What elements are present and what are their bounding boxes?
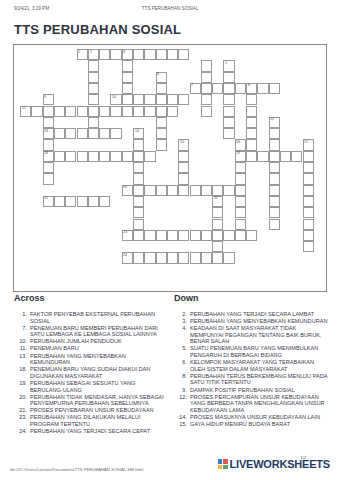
- crossword-cell[interactable]: [133, 252, 144, 263]
- crossword-cell[interactable]: [178, 94, 189, 105]
- crossword-cell[interactable]: [65, 196, 76, 207]
- crossword-cell[interactable]: 19: [235, 151, 246, 162]
- crossword-cell[interactable]: 20: [122, 185, 133, 196]
- across-clue-item: 7.PENEMUAN BARU MEMBERI PERUBAHAN DARI S…: [14, 325, 166, 338]
- clue-number: 18: [44, 151, 48, 155]
- clue-number: 9: [44, 95, 46, 99]
- crossword-cell[interactable]: 15: [178, 139, 189, 150]
- crossword-cell[interactable]: [303, 219, 314, 230]
- crossword-cell[interactable]: [201, 185, 212, 196]
- down-clue-item: 9.DAMPAK POSITIF PERUBAHAN SOSIAL: [174, 387, 330, 394]
- crossword-cell[interactable]: [54, 106, 65, 117]
- crossword-cell[interactable]: [178, 173, 189, 184]
- crossword-cell[interactable]: [303, 173, 314, 184]
- across-clue-item: 13.PERUBAHAN YANG MENYEBABKAN KEMUNDURAN: [14, 353, 166, 366]
- crossword-cell[interactable]: [190, 185, 201, 196]
- clue-item-text: PERUBAHAN YANG TERJADI SECARA LAMBAT: [190, 311, 330, 318]
- clue-item-text: PERUBAHAN JUMLAH PENDUDUK: [30, 338, 166, 345]
- clue-item-text: KEADAAN DI SAAT MASYARAKAT TIDAK MEMPUNY…: [190, 325, 330, 345]
- crossword-cell[interactable]: [212, 207, 223, 218]
- crossword-cell[interactable]: 14: [133, 128, 144, 139]
- clue-item-text: FAKTOR PENYEBAB EKSTERNAL PERUBAHAN SOSI…: [30, 311, 166, 324]
- crossword-cell[interactable]: [99, 196, 110, 207]
- crossword-cell[interactable]: [88, 94, 99, 105]
- crossword-cell[interactable]: [156, 94, 167, 105]
- crossword-cell[interactable]: [88, 196, 99, 207]
- clue-item-number: 18.: [14, 366, 30, 379]
- crossword-cell[interactable]: [269, 196, 280, 207]
- crossword-cell[interactable]: [280, 151, 291, 162]
- crossword-cell[interactable]: [133, 219, 144, 230]
- clue-item-text: PROSES MASUKNYA UNSUR KEBUDAYAAN LAIN: [190, 414, 330, 421]
- crossword-cell[interactable]: [223, 230, 234, 241]
- crossword-cell[interactable]: [110, 151, 121, 162]
- crossword-cell[interactable]: [156, 185, 167, 196]
- crossword-cell[interactable]: [144, 151, 155, 162]
- crossword-cell[interactable]: 3: [122, 49, 133, 60]
- clue-number: 10: [112, 95, 116, 99]
- crossword-cell[interactable]: 11: [20, 106, 31, 117]
- crossword-cell[interactable]: [122, 151, 133, 162]
- crossword-cell[interactable]: [269, 139, 280, 150]
- crossword-cell[interactable]: [235, 196, 246, 207]
- crossword-cell[interactable]: [257, 83, 268, 94]
- crossword-cell[interactable]: 6: [156, 72, 167, 83]
- crossword-cell[interactable]: [246, 139, 257, 150]
- crossword-cell[interactable]: [201, 252, 212, 263]
- crossword-cell[interactable]: [303, 207, 314, 218]
- clue-number: 16: [236, 140, 240, 144]
- clue-number: 19: [236, 151, 240, 155]
- down-clues-section: Down 2.PERUBAHAN YANG TERJADI SECARA LAM…: [174, 293, 330, 428]
- crossword-cell[interactable]: [133, 162, 144, 173]
- crossword-cell[interactable]: [178, 49, 189, 60]
- clue-item-number: 24.: [14, 428, 30, 435]
- clue-item-number: 2.: [174, 311, 190, 318]
- clue-item-text: PROSES PERCAMPURAN UNSUR KEBUDAYAAN YANG…: [190, 394, 330, 414]
- crossword-cell[interactable]: [246, 117, 257, 128]
- crossword-cell[interactable]: [156, 49, 167, 60]
- clue-item-text: PERUBAHAN YANG DILAKUKAN MELALUI PROGRAM…: [30, 414, 166, 427]
- clue-item-number: 21.: [14, 407, 30, 414]
- clue-item-number: 13.: [14, 353, 30, 366]
- clue-item-text: SUATU PENEMUAN BARU YANG MENIMBULKAN PEN…: [190, 345, 330, 358]
- crossword-cell[interactable]: [223, 252, 234, 263]
- crossword-cell[interactable]: [201, 230, 212, 241]
- crossword-cell[interactable]: [178, 185, 189, 196]
- crossword-cell[interactable]: [43, 162, 54, 173]
- clue-item-text: PENEMUAN BARU MEMBERI PERUBAHAN DARI SAT…: [30, 325, 166, 338]
- crossword-cell[interactable]: [133, 139, 144, 150]
- down-clue-item: 6.KELOMPOK MASYARAKAT YANG TERABAIKAN OL…: [174, 359, 330, 372]
- logo-tile: [223, 459, 228, 464]
- crossword-cell[interactable]: [110, 106, 121, 117]
- clue-number: 2: [90, 50, 92, 54]
- crossword-cell[interactable]: [212, 185, 223, 196]
- crossword-cell[interactable]: [212, 230, 223, 241]
- across-clue-item: 19.PERUBAHAN SEBAGAI SESUATU YANG BERULA…: [14, 380, 166, 393]
- print-doc-title: TTS PERUBAHAN SOSIAL: [0, 6, 340, 11]
- crossword-cell[interactable]: [88, 128, 99, 139]
- crossword-cell[interactable]: [223, 117, 234, 128]
- crossword-cell[interactable]: [190, 230, 201, 241]
- crossword-cell[interactable]: [99, 49, 110, 60]
- crossword-cell[interactable]: [99, 128, 110, 139]
- crossword-cell[interactable]: [201, 106, 212, 117]
- down-heading: Down: [174, 293, 330, 303]
- crossword-cell[interactable]: [223, 83, 234, 94]
- crossword-cell[interactable]: 12: [269, 117, 280, 128]
- clue-item-text: DAMPAK POSITIF PERUBAHAN SOSIAL: [190, 387, 330, 394]
- down-clue-item: 5.SUATU PENEMUAN BARU YANG MENIMBULKAN P…: [174, 345, 330, 358]
- crossword-cell[interactable]: [167, 252, 178, 263]
- clue-item-number: 23.: [14, 414, 30, 427]
- clue-item-text: PENEMUAN BARU YANG SUDAH DIAKUI DAN DIGU…: [30, 366, 166, 379]
- crossword-cell[interactable]: [65, 151, 76, 162]
- crossword-cell[interactable]: [156, 128, 167, 139]
- crossword-cell[interactable]: [201, 94, 212, 105]
- down-clue-item: 12.PROSES PERCAMPURAN UNSUR KEBUDAYAAN Y…: [174, 394, 330, 414]
- crossword-cell[interactable]: 17: [303, 139, 314, 150]
- clue-item-text: PERUBAHAN YANG TERJADI SECARA CEPAT: [30, 428, 166, 435]
- clue-number: 21: [44, 196, 48, 200]
- clue-number: 24: [123, 253, 127, 257]
- clue-number: 20: [123, 185, 127, 189]
- clue-item-text: PROSES PENYEBARAN UNSUR KEBUDAYAAN: [30, 407, 166, 414]
- crossword-cell[interactable]: 22: [212, 196, 223, 207]
- crossword-cell[interactable]: [235, 207, 246, 218]
- crossword-cell[interactable]: [144, 49, 155, 60]
- crossword-cell[interactable]: [291, 151, 302, 162]
- crossword-cell[interactable]: [77, 196, 88, 207]
- crossword-cell[interactable]: [269, 83, 280, 94]
- crossword-cell[interactable]: [122, 106, 133, 117]
- crossword-cell[interactable]: [156, 252, 167, 263]
- crossword-cell[interactable]: [43, 173, 54, 184]
- clue-item-number: 10.: [14, 338, 30, 345]
- clue-number: 6: [157, 72, 159, 76]
- clue-item-number: 8.: [174, 373, 190, 386]
- crossword-cell[interactable]: [235, 162, 246, 173]
- crossword-cell[interactable]: [122, 60, 133, 71]
- crossword-cell[interactable]: [31, 106, 42, 117]
- clue-item-number: 9.: [174, 387, 190, 394]
- clue-item-number: 4.: [174, 325, 190, 345]
- crossword-cell[interactable]: [201, 83, 212, 94]
- clue-item-text: PERUBAHAN TERUS BERKEMBANG MENUJU PADA S…: [190, 373, 330, 386]
- crossword-cell[interactable]: [223, 106, 234, 117]
- crossword-cell[interactable]: [88, 106, 99, 117]
- down-clue-item: 8.PERUBAHAN TERUS BERKEMBANG MENUJU PADA…: [174, 373, 330, 386]
- crossword-cell[interactable]: [167, 185, 178, 196]
- crossword-cell[interactable]: [133, 230, 144, 241]
- crossword-cell[interactable]: [303, 196, 314, 207]
- crossword-cell[interactable]: [303, 162, 314, 173]
- crossword-cell[interactable]: 9: [43, 94, 54, 105]
- crossword-cell[interactable]: [133, 151, 144, 162]
- crossword-cell[interactable]: [88, 83, 99, 94]
- crossword-cell[interactable]: [246, 128, 257, 139]
- across-clue-item: 24.PERUBAHAN YANG TERJADI SECARA CEPAT: [14, 428, 166, 435]
- crossword-cell[interactable]: [257, 151, 268, 162]
- crossword-cell[interactable]: [212, 241, 223, 252]
- crossword-cell[interactable]: [223, 72, 234, 83]
- clue-item-number: 11.: [14, 345, 30, 352]
- clue-item-text: PERUBAHAN SEBAGAI SESUATU YANG BERULANG-…: [30, 380, 166, 393]
- logo-grid-icon: [218, 459, 228, 469]
- crossword-cell[interactable]: [77, 128, 88, 139]
- crossword-cell[interactable]: [54, 151, 65, 162]
- crossword-cell[interactable]: [235, 230, 246, 241]
- clue-number: 3: [123, 50, 125, 54]
- crossword-cell[interactable]: [167, 230, 178, 241]
- clue-number: 12: [270, 117, 274, 121]
- crossword-cell[interactable]: [201, 60, 212, 71]
- crossword-cell[interactable]: [269, 151, 280, 162]
- crossword-cell[interactable]: [133, 173, 144, 184]
- crossword-cell[interactable]: [110, 49, 121, 60]
- down-clue-item: 3.PERUBAHAN YANG MENYEBABKAN KEMUNDURAN: [174, 318, 330, 325]
- crossword-cell[interactable]: [88, 72, 99, 83]
- clue-item-number: 1.: [14, 311, 30, 324]
- crossword-cell[interactable]: 10: [110, 94, 121, 105]
- across-clue-item: 18.PENEMUAN BARU YANG SUDAH DIAKUI DAN D…: [14, 366, 166, 379]
- clue-item-number: 6.: [174, 359, 190, 372]
- crossword-cell[interactable]: [201, 72, 212, 83]
- crossword-cell[interactable]: [178, 162, 189, 173]
- crossword-cell[interactable]: [269, 185, 280, 196]
- clue-item-text: PERUBAHAN YANG MENYEBABKAN KEMUNDURAN: [30, 353, 166, 366]
- crossword-cell[interactable]: [43, 106, 54, 117]
- liveworksheets-logo[interactable]: LIVEWORKSHEETS: [218, 458, 331, 470]
- clue-number: 8: [248, 83, 250, 87]
- clue-number: 11: [22, 106, 26, 110]
- down-clue-item: 2.PERUBAHAN YANG TERJADI SECARA LAMBAT: [174, 311, 330, 318]
- crossword-cell[interactable]: [235, 83, 246, 94]
- logo-text: LIVEWORKSHEETS: [230, 458, 331, 470]
- crossword-cell[interactable]: [212, 219, 223, 230]
- crossword-cell[interactable]: [178, 252, 189, 263]
- crossword-cell[interactable]: [88, 151, 99, 162]
- crossword-cell[interactable]: [303, 185, 314, 196]
- crossword-cell[interactable]: 8: [246, 83, 257, 94]
- crossword-cell[interactable]: [77, 151, 88, 162]
- clue-item-text: PENEMUAN BARU: [30, 345, 166, 352]
- across-clue-item: 20.PERUBAHAN TIDAK MENDASAR, HANYA SEBAG…: [14, 394, 166, 407]
- logo-tile: [218, 459, 223, 464]
- file-path: file:///C:/Users/Lenovo/Documents/TTS PE…: [10, 467, 143, 472]
- clue-item-number: 15.: [174, 421, 190, 428]
- crossword-cell[interactable]: [54, 128, 65, 139]
- logo-tile: [218, 465, 223, 470]
- clue-item-number: 7.: [14, 325, 30, 338]
- crossword-cell[interactable]: [156, 139, 167, 150]
- down-clue-list: 2.PERUBAHAN YANG TERJADI SECARA LAMBAT3.…: [174, 311, 330, 428]
- crossword-cell[interactable]: 23: [122, 230, 133, 241]
- crossword-cell[interactable]: [156, 106, 167, 117]
- crossword-cell[interactable]: [54, 196, 65, 207]
- down-clue-item: 4.KEADAAN DI SAAT MASYARAKAT TIDAK MEMPU…: [174, 325, 330, 345]
- crossword-cell[interactable]: 13: [43, 128, 54, 139]
- crossword-cell[interactable]: [246, 106, 257, 117]
- clue-item-number: 19.: [14, 380, 30, 393]
- clue-number: 13: [44, 129, 48, 133]
- print-header: 9/24/21, 3:19 PM TTS PERUBAHAN SOSIAL: [0, 6, 340, 16]
- crossword-grid: 12356789101112131415161718192021222324: [13, 44, 327, 292]
- clue-number: 22: [214, 196, 218, 200]
- across-clue-item: 10.PERUBAHAN JUMLAH PENDUDUK: [14, 338, 166, 345]
- crossword-cell[interactable]: [212, 83, 223, 94]
- clue-number: 7: [191, 83, 193, 87]
- across-clue-list: 1.FAKTOR PENYEBAB EKSTERNAL PERUBAHAN SO…: [14, 311, 166, 435]
- clue-number: 17: [304, 140, 308, 144]
- clue-number: 5: [225, 61, 227, 65]
- crossword-cell[interactable]: [133, 106, 144, 117]
- across-clues-section: Across 1.FAKTOR PENYEBAB EKSTERNAL PERUB…: [14, 293, 166, 435]
- clue-item-text: PERUBAHAN YANG MENYEBABKAN KEMUNDURAN: [190, 318, 330, 325]
- crossword-cell[interactable]: [88, 117, 99, 128]
- crossword-cell[interactable]: [88, 60, 99, 71]
- crossword-cell[interactable]: [269, 173, 280, 184]
- crossword-cell[interactable]: [246, 230, 257, 241]
- clue-item-number: 5.: [174, 345, 190, 358]
- crossword-cell[interactable]: [156, 117, 167, 128]
- down-clue-item: 15.GAYA HIDUP MENIRU BUDAYA BARAT: [174, 421, 330, 428]
- crossword-cell[interactable]: [246, 94, 257, 105]
- crossword-cell[interactable]: [223, 185, 234, 196]
- crossword-cell[interactable]: [223, 94, 234, 105]
- crossword-cell[interactable]: 24: [122, 252, 133, 263]
- across-clue-item: 11.PENEMUAN BARU: [14, 345, 166, 352]
- crossword-cell[interactable]: [144, 230, 155, 241]
- crossword-cell[interactable]: [144, 185, 155, 196]
- crossword-cell[interactable]: [303, 230, 314, 241]
- crossword-cell[interactable]: [167, 49, 178, 60]
- crossword-cell[interactable]: [133, 49, 144, 60]
- crossword-cell[interactable]: [110, 128, 121, 139]
- crossword-cell[interactable]: [122, 83, 133, 94]
- crossword-cell[interactable]: [77, 106, 88, 117]
- crossword-cell[interactable]: [133, 207, 144, 218]
- clue-number: 15: [180, 140, 184, 144]
- crossword-cell[interactable]: [303, 151, 314, 162]
- crossword-cell[interactable]: 7: [190, 83, 201, 94]
- clue-number: 1: [78, 50, 80, 54]
- crossword-cell[interactable]: [178, 151, 189, 162]
- clue-item-number: 20.: [14, 394, 30, 407]
- crossword-cell[interactable]: [303, 241, 314, 252]
- across-clue-item: 21.PROSES PENYEBARAN UNSUR KEBUDAYAAN: [14, 407, 166, 414]
- logo-tile: [223, 465, 228, 470]
- down-clue-item: 14.PROSES MASUKNYA UNSUR KEBUDAYAAN LAIN: [174, 414, 330, 421]
- crossword-cell[interactable]: [190, 252, 201, 263]
- clue-number: 14: [135, 129, 139, 133]
- crossword-cell[interactable]: [212, 252, 223, 263]
- across-heading: Across: [14, 293, 166, 303]
- crossword-cell[interactable]: [144, 106, 155, 117]
- crossword-cell[interactable]: [43, 117, 54, 128]
- crossword-cell[interactable]: [99, 151, 110, 162]
- crossword-cell[interactable]: [122, 72, 133, 83]
- crossword-cell[interactable]: [133, 196, 144, 207]
- crossword-cell[interactable]: [246, 151, 257, 162]
- crossword-cell[interactable]: [133, 185, 144, 196]
- crossword-cell[interactable]: [65, 106, 76, 117]
- crossword-cell[interactable]: [269, 162, 280, 173]
- crossword-cell[interactable]: [156, 83, 167, 94]
- clue-item-text: KELOMPOK MASYARAKAT YANG TERABAIKAN OLEH…: [190, 359, 330, 372]
- page-title: TTS PERUBAHAN SOSIAL: [14, 22, 181, 37]
- across-clue-item: 1.FAKTOR PENYEBAB EKSTERNAL PERUBAHAN SO…: [14, 311, 166, 324]
- crossword-cell[interactable]: [144, 252, 155, 263]
- crossword-cell[interactable]: 1: [77, 49, 88, 60]
- crossword-cell[interactable]: [235, 219, 246, 230]
- clue-item-number: 14.: [174, 414, 190, 421]
- crossword-cell[interactable]: [235, 185, 246, 196]
- crossword-cell[interactable]: 18: [43, 151, 54, 162]
- crossword-cell[interactable]: 5: [223, 60, 234, 71]
- crossword-cell[interactable]: [144, 94, 155, 105]
- crossword-cell[interactable]: [269, 128, 280, 139]
- clue-item-number: 12.: [174, 394, 190, 414]
- crossword-cell[interactable]: [156, 230, 167, 241]
- crossword-cell[interactable]: [122, 94, 133, 105]
- crossword-cell[interactable]: [43, 139, 54, 150]
- crossword-cell[interactable]: 16: [235, 139, 246, 150]
- crossword-cell[interactable]: [178, 230, 189, 241]
- crossword-cell[interactable]: [65, 128, 76, 139]
- crossword-cell[interactable]: [269, 207, 280, 218]
- crossword-cell[interactable]: 21: [43, 196, 54, 207]
- crossword-cell[interactable]: [133, 94, 144, 105]
- clue-number: 23: [123, 230, 127, 234]
- crossword-cell[interactable]: [235, 173, 246, 184]
- clue-item-text: GAYA HIDUP MENIRU BUDAYA BARAT: [190, 421, 330, 428]
- across-clue-item: 23.PERUBAHAN YANG DILAKUKAN MELALUI PROG…: [14, 414, 166, 427]
- crossword-cell[interactable]: [99, 106, 110, 117]
- crossword-cell[interactable]: [167, 106, 178, 117]
- clue-item-text: PERUBAHAN TIDAK MENDASAR, HANYA SEBAGAI …: [30, 394, 166, 407]
- crossword-cell[interactable]: [269, 219, 280, 230]
- crossword-cell[interactable]: 2: [88, 49, 99, 60]
- crossword-cell[interactable]: [223, 128, 234, 139]
- crossword-cell[interactable]: [167, 94, 178, 105]
- clue-item-number: 3.: [174, 318, 190, 325]
